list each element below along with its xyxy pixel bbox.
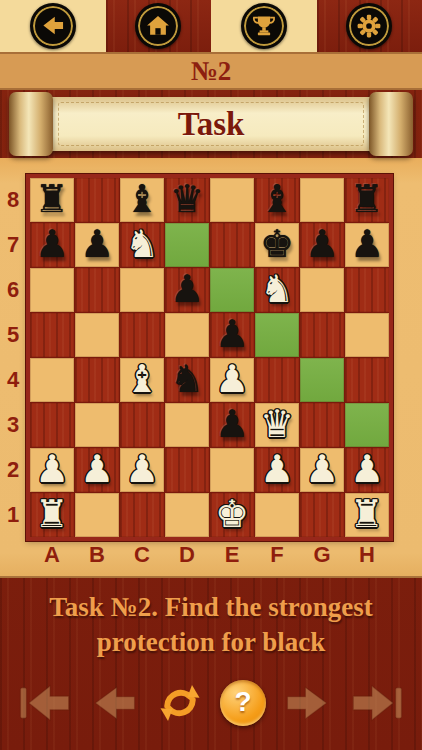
square-a7[interactable]: ♟	[30, 223, 74, 267]
rank-label-5: 5	[0, 313, 26, 357]
black-rook: ♜	[35, 180, 69, 218]
refresh-icon	[156, 679, 204, 727]
task-line-2: protection for black	[0, 625, 422, 660]
file-label-f: F	[255, 541, 299, 569]
white-rook: ♜	[350, 495, 384, 533]
square-d4[interactable]: ♞	[165, 358, 209, 402]
rank-label-6: 6	[0, 268, 26, 312]
white-pawn: ♟	[215, 360, 249, 398]
rank-label-8: 8	[0, 178, 26, 222]
square-b7[interactable]: ♟	[75, 223, 119, 267]
puzzle-number-bar: №2	[0, 52, 422, 90]
square-a8[interactable]: ♜	[30, 178, 74, 222]
arrow-left-icon	[39, 12, 67, 40]
square-c5[interactable]	[120, 313, 164, 357]
square-f4[interactable]	[255, 358, 299, 402]
square-h8[interactable]: ♜	[345, 178, 389, 222]
square-c1[interactable]	[120, 493, 164, 537]
next-move-button[interactable]	[282, 681, 332, 725]
toolbar-cell-4	[317, 0, 422, 52]
white-bishop: ♝	[125, 360, 159, 398]
black-pawn: ♟	[35, 225, 69, 263]
rank-label-4: 4	[0, 358, 26, 402]
square-d5[interactable]	[165, 313, 209, 357]
rank-labels: 87654321	[0, 178, 26, 541]
white-pawn: ♟	[80, 450, 114, 488]
square-g2[interactable]: ♟	[300, 448, 344, 492]
trophy-icon	[250, 12, 278, 40]
square-e5[interactable]: ♟	[210, 313, 254, 357]
file-label-e: E	[210, 541, 254, 569]
square-b6[interactable]	[75, 268, 119, 312]
white-king: ♚	[215, 495, 249, 533]
black-pawn: ♟	[80, 225, 114, 263]
arrow-back-icon	[90, 681, 140, 725]
square-f7[interactable]: ♚	[255, 223, 299, 267]
square-g6[interactable]	[300, 268, 344, 312]
skip-to-end-icon	[348, 681, 406, 725]
task-line-1: Task №2. Find the strongest	[0, 590, 422, 625]
black-pawn: ♟	[215, 315, 249, 353]
settings-button[interactable]	[346, 3, 392, 49]
square-f1[interactable]	[255, 493, 299, 537]
arrow-forward-icon	[282, 681, 332, 725]
square-d2[interactable]	[165, 448, 209, 492]
back-button[interactable]	[30, 3, 76, 49]
puzzle-number: №2	[191, 56, 232, 87]
toolbar-cell-3	[211, 0, 317, 52]
square-b1[interactable]	[75, 493, 119, 537]
square-b5[interactable]	[75, 313, 119, 357]
home-button[interactable]	[135, 3, 181, 49]
black-knight: ♞	[170, 360, 204, 398]
square-a3[interactable]	[30, 403, 74, 447]
square-e2[interactable]	[210, 448, 254, 492]
square-c7[interactable]: ♞	[120, 223, 164, 267]
square-g1[interactable]	[300, 493, 344, 537]
black-queen: ♛	[170, 180, 204, 218]
last-move-button[interactable]	[348, 681, 406, 725]
file-label-h: H	[345, 541, 389, 569]
skip-to-start-icon	[16, 681, 74, 725]
black-pawn: ♟	[215, 405, 249, 443]
white-pawn: ♟	[260, 450, 294, 488]
banner-title: Task	[178, 106, 245, 143]
square-b2[interactable]: ♟	[75, 448, 119, 492]
toolbar-cell-1	[0, 0, 106, 52]
file-labels: ABCDEFGH	[30, 541, 422, 569]
white-knight: ♞	[125, 225, 159, 263]
file-label-g: G	[300, 541, 344, 569]
square-g4[interactable]	[300, 358, 344, 402]
square-f6[interactable]: ♞	[255, 268, 299, 312]
restart-button[interactable]	[156, 679, 204, 727]
square-f5[interactable]	[255, 313, 299, 357]
white-rook: ♜	[35, 495, 69, 533]
square-h6[interactable]	[345, 268, 389, 312]
square-a2[interactable]: ♟	[30, 448, 74, 492]
square-e4[interactable]: ♟	[210, 358, 254, 402]
square-h2[interactable]: ♟	[345, 448, 389, 492]
question-icon: ?	[234, 686, 251, 718]
task-banner: Task	[0, 90, 422, 158]
white-queen: ♛	[260, 405, 294, 443]
square-c8[interactable]: ♝	[120, 178, 164, 222]
toolbar-cell-2	[106, 0, 212, 52]
square-c2[interactable]: ♟	[120, 448, 164, 492]
square-e6[interactable]	[210, 268, 254, 312]
square-e8[interactable]	[210, 178, 254, 222]
square-h3[interactable]	[345, 403, 389, 447]
square-a4[interactable]	[30, 358, 74, 402]
square-g5[interactable]	[300, 313, 344, 357]
square-d6[interactable]: ♟	[165, 268, 209, 312]
square-a5[interactable]	[30, 313, 74, 357]
black-rook: ♜	[350, 180, 384, 218]
square-f8[interactable]: ♝	[255, 178, 299, 222]
bottom-navigation: ?	[0, 678, 422, 728]
square-f3[interactable]: ♛	[255, 403, 299, 447]
square-c3[interactable]	[120, 403, 164, 447]
black-bishop: ♝	[260, 180, 294, 218]
file-label-d: D	[165, 541, 209, 569]
square-d3[interactable]	[165, 403, 209, 447]
square-h7[interactable]: ♟	[345, 223, 389, 267]
task-description: Task №2. Find the strongest protection f…	[0, 590, 422, 660]
square-a6[interactable]	[30, 268, 74, 312]
square-h1[interactable]: ♜	[345, 493, 389, 537]
home-icon	[144, 12, 172, 40]
scroll-left-roll	[9, 92, 53, 156]
square-d1[interactable]	[165, 493, 209, 537]
rank-label-7: 7	[0, 223, 26, 267]
chess-board: ♜♝♛♝♜♟♟♞♚♟♟♟♞♟♝♞♟♟♛♟♟♟♟♟♟♜♚♜	[26, 174, 393, 541]
black-king: ♚	[260, 225, 294, 263]
file-label-c: C	[120, 541, 164, 569]
square-h4[interactable]	[345, 358, 389, 402]
square-e3[interactable]: ♟	[210, 403, 254, 447]
square-b8[interactable]	[75, 178, 119, 222]
white-knight: ♞	[260, 270, 294, 308]
square-b3[interactable]	[75, 403, 119, 447]
white-pawn: ♟	[35, 450, 69, 488]
achievements-button[interactable]	[241, 3, 287, 49]
white-pawn: ♟	[305, 450, 339, 488]
black-pawn: ♟	[305, 225, 339, 263]
square-h5[interactable]	[345, 313, 389, 357]
square-d7[interactable]	[165, 223, 209, 267]
square-e1[interactable]: ♚	[210, 493, 254, 537]
top-toolbar	[0, 0, 422, 52]
board-panel: 87654321 ♜♝♛♝♜♟♟♞♚♟♟♟♞♟♝♞♟♟♛♟♟♟♟♟♟♜♚♜ AB…	[0, 158, 422, 578]
black-bishop: ♝	[125, 180, 159, 218]
black-pawn: ♟	[350, 225, 384, 263]
hint-button[interactable]: ?	[220, 680, 266, 726]
rank-label-1: 1	[0, 493, 26, 537]
previous-move-button[interactable]	[90, 681, 140, 725]
square-d8[interactable]: ♛	[165, 178, 209, 222]
square-c6[interactable]	[120, 268, 164, 312]
file-label-b: B	[75, 541, 119, 569]
black-pawn: ♟	[170, 270, 204, 308]
square-b4[interactable]	[75, 358, 119, 402]
square-c4[interactable]: ♝	[120, 358, 164, 402]
square-e7[interactable]	[210, 223, 254, 267]
first-move-button[interactable]	[16, 681, 74, 725]
white-pawn: ♟	[125, 450, 159, 488]
scroll-right-roll	[369, 92, 413, 156]
gear-icon	[355, 12, 383, 40]
file-label-a: A	[30, 541, 74, 569]
rank-label-3: 3	[0, 403, 26, 447]
square-f2[interactable]: ♟	[255, 448, 299, 492]
square-g3[interactable]	[300, 403, 344, 447]
scroll-band: Task	[46, 97, 376, 151]
square-a1[interactable]: ♜	[30, 493, 74, 537]
rank-label-2: 2	[0, 448, 26, 492]
white-pawn: ♟	[350, 450, 384, 488]
square-g8[interactable]	[300, 178, 344, 222]
square-g7[interactable]: ♟	[300, 223, 344, 267]
